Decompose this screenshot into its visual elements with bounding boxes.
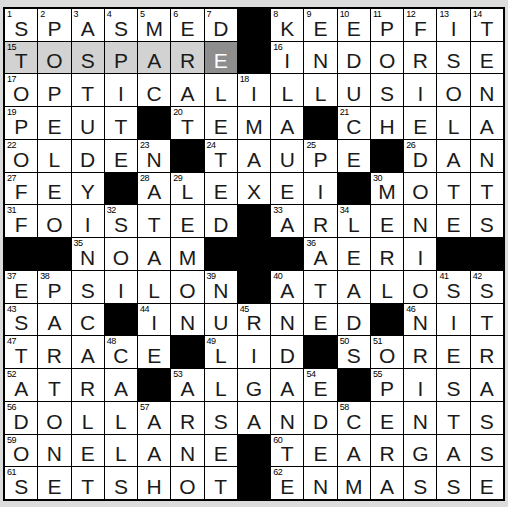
grid-cell[interactable]: 4S — [105, 9, 137, 41]
grid-cell[interactable]: O — [38, 205, 70, 237]
grid-cell[interactable]: N — [304, 42, 336, 74]
grid-cell[interactable]: S — [437, 369, 469, 401]
cell-letter: E — [205, 443, 237, 464]
cell-letter: S — [471, 280, 503, 301]
grid-cell[interactable]: E — [404, 107, 436, 139]
grid-cell[interactable]: I — [105, 271, 137, 303]
cell-letter: A — [138, 247, 170, 268]
grid-cell[interactable]: R — [471, 336, 503, 368]
grid-cell[interactable]: 31F — [5, 205, 37, 237]
grid-cell[interactable]: R — [38, 336, 70, 368]
grid-cell[interactable]: E — [471, 42, 503, 74]
grid-cell[interactable]: U — [271, 140, 303, 172]
grid-cell[interactable]: 11P — [371, 9, 403, 41]
grid-cell[interactable]: I — [404, 369, 436, 401]
grid-cell[interactable]: 27F — [5, 173, 37, 205]
grid-cell[interactable]: N — [271, 304, 303, 336]
grid-cell[interactable]: R — [171, 402, 203, 434]
cell-letter: E — [38, 116, 70, 137]
grid-cell[interactable]: 45R — [238, 304, 270, 336]
grid-cell[interactable]: T — [437, 173, 469, 205]
cell-letter: U — [72, 116, 104, 137]
grid-cell[interactable]: 49L — [205, 336, 237, 368]
grid-cell[interactable]: I — [304, 173, 336, 205]
cell-letter: A — [238, 149, 270, 170]
grid-cell[interactable]: L — [304, 74, 336, 106]
cell-letter: S — [105, 214, 137, 235]
grid-cell[interactable]: E — [338, 238, 370, 270]
grid-cell[interactable]: 17O — [5, 74, 37, 106]
grid-cell[interactable]: 43S — [5, 304, 37, 336]
cell-letter: I — [138, 312, 170, 333]
grid-cell[interactable]: 29L — [171, 173, 203, 205]
grid-cell[interactable]: S — [72, 271, 104, 303]
grid-cell[interactable]: E — [304, 304, 336, 336]
grid-cell[interactable]: T — [304, 271, 336, 303]
grid-cell[interactable]: L — [105, 435, 137, 467]
cell-letter: L — [105, 443, 137, 464]
cell-letter: D — [72, 149, 104, 170]
grid-cell[interactable]: S — [437, 467, 469, 499]
grid-cell[interactable]: C — [138, 74, 170, 106]
cell-letter: R — [404, 50, 436, 71]
grid-cell[interactable]: E — [105, 140, 137, 172]
black-cell — [271, 238, 303, 270]
grid-cell[interactable]: O — [404, 173, 436, 205]
cell-letter: T — [437, 181, 469, 202]
grid-cell[interactable]: 39N — [205, 271, 237, 303]
grid-cell[interactable]: E — [338, 140, 370, 172]
grid-cell[interactable]: 51O — [371, 336, 403, 368]
grid-cell[interactable]: L — [205, 74, 237, 106]
grid-cell[interactable]: E — [371, 402, 403, 434]
grid-cell[interactable]: E — [271, 173, 303, 205]
grid-cell[interactable]: 52A — [5, 369, 37, 401]
grid-cell[interactable]: E — [38, 107, 70, 139]
grid-cell[interactable]: H — [371, 107, 403, 139]
grid-cell[interactable]: E — [38, 467, 70, 499]
cell-letter: P — [371, 378, 403, 399]
grid-cell[interactable]: E — [205, 107, 237, 139]
grid-cell[interactable]: 28A — [138, 173, 170, 205]
grid-cell[interactable]: A — [271, 369, 303, 401]
grid-cell[interactable]: M — [238, 107, 270, 139]
highlighted-cell[interactable]: R — [171, 42, 203, 74]
cell-letter: A — [437, 443, 469, 464]
grid-cell[interactable]: S — [105, 467, 137, 499]
grid-cell[interactable]: T — [38, 369, 70, 401]
cell-letter: A — [138, 443, 170, 464]
grid-cell[interactable]: 38P — [38, 271, 70, 303]
grid-cell[interactable]: E — [471, 467, 503, 499]
grid-cell[interactable]: E — [171, 205, 203, 237]
grid-cell[interactable]: 40A — [271, 271, 303, 303]
highlighted-cell[interactable]: P — [105, 42, 137, 74]
cell-letter: D — [205, 18, 237, 39]
grid-cell[interactable]: E — [138, 336, 170, 368]
grid-cell[interactable]: 44I — [138, 304, 170, 336]
cell-letter: U — [271, 149, 303, 170]
cell-letter: P — [5, 116, 37, 137]
grid-cell[interactable]: 57A — [138, 402, 170, 434]
grid-cell[interactable]: Y — [72, 173, 104, 205]
grid-cell[interactable]: A — [238, 402, 270, 434]
grid-cell[interactable]: O — [171, 467, 203, 499]
highlighted-cell[interactable]: 15T — [5, 42, 37, 74]
grid-cell[interactable]: 16I — [271, 42, 303, 74]
grid-cell[interactable]: 8K — [271, 9, 303, 41]
grid-cell[interactable]: E — [437, 205, 469, 237]
grid-cell[interactable]: T — [471, 173, 503, 205]
cell-letter: S — [437, 280, 469, 301]
grid-cell[interactable]: 35N — [72, 238, 104, 270]
grid-cell[interactable]: 53A — [171, 369, 203, 401]
cell-letter: S — [205, 411, 237, 432]
grid-cell[interactable]: 59O — [5, 435, 37, 467]
grid-cell[interactable]: 30M — [371, 173, 403, 205]
cell-letter: O — [404, 280, 436, 301]
grid-cell[interactable]: I — [105, 74, 137, 106]
cell-letter: S — [105, 476, 137, 497]
cell-letter: I — [238, 345, 270, 366]
cell-letter: S — [72, 280, 104, 301]
cell-letter: N — [471, 149, 503, 170]
grid-cell[interactable]: 46N — [404, 304, 436, 336]
grid-cell[interactable]: P — [38, 74, 70, 106]
cell-letter: A — [271, 116, 303, 137]
crossword-app-screen: 1S2P3A4S5M6E7D8K9E10E11P12F13I14T15TOSPA… — [0, 0, 508, 507]
cell-letter: T — [471, 181, 503, 202]
grid-cell[interactable]: O — [371, 42, 403, 74]
grid-cell[interactable]: 25P — [304, 140, 336, 172]
grid-cell[interactable]: O — [105, 238, 137, 270]
grid-cell[interactable]: I — [437, 304, 469, 336]
grid-cell[interactable]: A — [471, 369, 503, 401]
grid-cell[interactable]: E — [205, 173, 237, 205]
grid-cell[interactable]: E — [205, 435, 237, 467]
grid-cell[interactable]: 23N — [138, 140, 170, 172]
black-cell — [437, 238, 469, 270]
cell-letter: O — [171, 280, 203, 301]
grid-cell[interactable]: T — [72, 74, 104, 106]
grid-cell[interactable]: 22O — [5, 140, 37, 172]
grid-cell[interactable]: D — [304, 402, 336, 434]
grid-cell[interactable]: E — [304, 435, 336, 467]
grid-cell[interactable]: 5M — [138, 9, 170, 41]
black-cell — [238, 42, 270, 74]
cell-letter: K — [271, 18, 303, 39]
cell-letter: E — [304, 18, 336, 39]
grid-cell[interactable]: S — [205, 402, 237, 434]
grid-cell[interactable]: A — [238, 140, 270, 172]
black-cell — [371, 140, 403, 172]
cell-letter: N — [404, 411, 436, 432]
grid-cell[interactable]: 54E — [304, 369, 336, 401]
cell-letter: N — [72, 247, 104, 268]
black-cell — [238, 271, 270, 303]
grid-cell[interactable]: G — [238, 369, 270, 401]
grid-cell[interactable]: R — [371, 435, 403, 467]
grid-cell[interactable]: A — [171, 74, 203, 106]
grid-cell[interactable]: I — [72, 205, 104, 237]
grid-cell[interactable]: T — [205, 467, 237, 499]
grid-cell[interactable]: L — [205, 369, 237, 401]
grid-cell[interactable]: O — [38, 402, 70, 434]
grid-cell[interactable]: U — [72, 107, 104, 139]
grid-cell[interactable]: U — [338, 74, 370, 106]
grid-cell[interactable]: A — [38, 304, 70, 336]
selected-cell[interactable]: E — [205, 42, 237, 74]
grid-cell[interactable]: N — [304, 467, 336, 499]
grid-cell[interactable]: D — [72, 140, 104, 172]
grid-cell[interactable]: E — [437, 336, 469, 368]
grid-cell[interactable]: A — [338, 435, 370, 467]
grid-cell[interactable]: T — [105, 107, 137, 139]
grid-cell[interactable]: O — [404, 271, 436, 303]
grid-cell[interactable]: R — [304, 205, 336, 237]
cell-letter: C — [138, 83, 170, 104]
grid-cell[interactable]: 19P — [5, 107, 37, 139]
cell-letter: P — [38, 280, 70, 301]
black-cell — [138, 107, 170, 139]
grid-cell[interactable]: N — [404, 402, 436, 434]
cell-letter: O — [38, 214, 70, 235]
grid-cell[interactable]: N — [38, 435, 70, 467]
grid-cell[interactable]: A — [371, 467, 403, 499]
cell-letter: E — [371, 214, 403, 235]
cell-letter: S — [437, 378, 469, 399]
cell-letter: T — [72, 476, 104, 497]
grid-cell[interactable]: A — [437, 435, 469, 467]
grid-cell[interactable]: 33A — [271, 205, 303, 237]
grid-cell[interactable]: 47T — [5, 336, 37, 368]
grid-cell[interactable]: O — [171, 271, 203, 303]
grid-cell[interactable]: 42S — [471, 271, 503, 303]
black-cell — [238, 238, 270, 270]
grid-cell[interactable]: 12F — [404, 9, 436, 41]
black-cell — [471, 238, 503, 270]
grid-cell[interactable]: L — [371, 271, 403, 303]
cell-letter: T — [5, 50, 37, 71]
grid-cell[interactable]: A — [271, 107, 303, 139]
grid-cell[interactable]: E — [72, 435, 104, 467]
grid-cell[interactable]: S — [471, 205, 503, 237]
cell-letter: F — [5, 214, 37, 235]
cell-letter: E — [205, 50, 237, 71]
cell-letter: P — [304, 149, 336, 170]
grid-cell[interactable]: 34L — [338, 205, 370, 237]
grid-cell[interactable]: I — [404, 74, 436, 106]
grid-cell[interactable]: L — [72, 402, 104, 434]
grid-cell[interactable]: D — [338, 42, 370, 74]
grid-cell[interactable]: 50S — [338, 336, 370, 368]
cell-letter: N — [304, 50, 336, 71]
cell-letter: D — [404, 149, 436, 170]
cell-letter: L — [205, 378, 237, 399]
grid-cell[interactable]: U — [205, 304, 237, 336]
grid-cell[interactable]: 56D — [5, 402, 37, 434]
grid-cell[interactable]: N — [171, 304, 203, 336]
grid-cell[interactable]: D — [338, 304, 370, 336]
cell-letter: T — [304, 280, 336, 301]
grid-cell[interactable]: O — [437, 74, 469, 106]
grid-cell[interactable]: A — [138, 238, 170, 270]
grid-cell[interactable]: 3A — [72, 9, 104, 41]
grid-cell[interactable]: 48C — [105, 336, 137, 368]
grid-cell[interactable]: A — [72, 336, 104, 368]
grid-cell[interactable]: H — [138, 467, 170, 499]
grid-cell[interactable]: 24T — [205, 140, 237, 172]
grid-cell[interactable]: T — [138, 205, 170, 237]
cell-letter: C — [105, 345, 137, 366]
grid-cell[interactable]: A — [338, 271, 370, 303]
highlighted-cell[interactable]: A — [138, 42, 170, 74]
cell-letter: A — [72, 345, 104, 366]
grid-cell[interactable]: L — [437, 107, 469, 139]
grid-cell[interactable]: 20T — [171, 107, 203, 139]
grid-cell[interactable]: X — [238, 173, 270, 205]
cell-letter: A — [38, 312, 70, 333]
black-cell — [171, 140, 203, 172]
cell-letter: H — [138, 476, 170, 497]
cell-letter: L — [338, 214, 370, 235]
grid-cell[interactable]: 55P — [371, 369, 403, 401]
grid-cell[interactable]: 1S — [5, 9, 37, 41]
grid-cell[interactable]: A — [471, 107, 503, 139]
black-cell — [238, 467, 270, 499]
cell-letter: S — [471, 214, 503, 235]
grid-cell[interactable]: 36A — [304, 238, 336, 270]
grid-cell[interactable]: S — [437, 42, 469, 74]
grid-cell[interactable]: T — [72, 467, 104, 499]
grid-cell[interactable]: D — [205, 205, 237, 237]
grid-cell[interactable]: 18I — [238, 74, 270, 106]
cell-letter: S — [371, 83, 403, 104]
grid-cell[interactable]: 14T — [471, 9, 503, 41]
grid-cell[interactable]: S — [471, 435, 503, 467]
grid-cell[interactable]: 10E — [338, 9, 370, 41]
black-cell — [238, 205, 270, 237]
cell-letter: M — [171, 247, 203, 268]
grid-cell[interactable]: S — [471, 402, 503, 434]
cell-letter: E — [338, 18, 370, 39]
grid-cell[interactable]: N — [471, 140, 503, 172]
grid-cell[interactable]: 37E — [5, 271, 37, 303]
cell-letter: O — [5, 443, 37, 464]
cell-letter: I — [404, 378, 436, 399]
cell-letter: C — [72, 312, 104, 333]
grid-cell[interactable]: A — [138, 435, 170, 467]
grid-cell[interactable]: S — [371, 74, 403, 106]
grid-cell[interactable]: N — [404, 205, 436, 237]
cell-letter: S — [471, 411, 503, 432]
cell-letter: S — [5, 476, 37, 497]
cell-letter: L — [371, 280, 403, 301]
grid-cell[interactable]: 41S — [437, 271, 469, 303]
cell-letter: N — [404, 312, 436, 333]
highlighted-cell[interactable]: O — [38, 42, 70, 74]
grid-cell[interactable]: C — [72, 304, 104, 336]
cell-letter: A — [5, 378, 37, 399]
grid-cell[interactable]: 62E — [271, 467, 303, 499]
highlighted-cell[interactable]: S — [72, 42, 104, 74]
grid-cell[interactable]: L — [138, 271, 170, 303]
cell-letter: R — [304, 214, 336, 235]
cell-letter: G — [404, 443, 436, 464]
cell-letter: E — [471, 476, 503, 497]
grid-cell[interactable]: E — [371, 205, 403, 237]
grid-cell[interactable]: N — [471, 74, 503, 106]
crossword-grid[interactable]: 1S2P3A4S5M6E7D8K9E10E11P12F13I14T15TOSPA… — [3, 7, 505, 501]
grid-cell[interactable]: L — [271, 74, 303, 106]
grid-cell[interactable]: I — [238, 336, 270, 368]
cell-letter: N — [171, 312, 203, 333]
cell-letter: L — [437, 116, 469, 137]
cell-letter: P — [38, 18, 70, 39]
grid-cell[interactable]: T — [471, 304, 503, 336]
grid-cell[interactable]: R — [371, 238, 403, 270]
cell-letter: O — [105, 247, 137, 268]
cell-letter: I — [105, 280, 137, 301]
cell-letter: E — [205, 181, 237, 202]
grid-cell[interactable]: 60T — [271, 435, 303, 467]
cell-letter: R — [171, 411, 203, 432]
grid-cell[interactable]: 9E — [304, 9, 336, 41]
grid-cell[interactable]: 2P — [38, 9, 70, 41]
grid-cell[interactable]: T — [437, 402, 469, 434]
cell-letter: Y — [72, 181, 104, 202]
grid-cell[interactable]: 6E — [171, 9, 203, 41]
grid-cell[interactable]: E — [38, 173, 70, 205]
cell-letter: I — [304, 181, 336, 202]
black-cell — [38, 238, 70, 270]
grid-cell[interactable]: N — [171, 435, 203, 467]
grid-cell[interactable]: R — [404, 42, 436, 74]
grid-cell[interactable]: S — [404, 467, 436, 499]
grid-cell[interactable]: 7D — [205, 9, 237, 41]
grid-cell[interactable]: 32S — [105, 205, 137, 237]
grid-cell[interactable]: 58C — [338, 402, 370, 434]
grid-cell[interactable]: L — [105, 402, 137, 434]
cell-letter: T — [171, 116, 203, 137]
cell-letter: E — [38, 476, 70, 497]
cell-letter: E — [471, 50, 503, 71]
grid-cell[interactable]: 13I — [437, 9, 469, 41]
grid-cell[interactable]: A — [437, 140, 469, 172]
cell-letter: S — [437, 50, 469, 71]
grid-cell[interactable]: R — [72, 369, 104, 401]
grid-cell[interactable]: A — [105, 369, 137, 401]
grid-cell[interactable]: M — [171, 238, 203, 270]
grid-cell[interactable]: 26D — [404, 140, 436, 172]
cell-letter: L — [138, 280, 170, 301]
cell-letter: E — [338, 149, 370, 170]
grid-cell[interactable]: R — [404, 336, 436, 368]
cell-letter: I — [105, 83, 137, 104]
grid-cell[interactable]: 61S — [5, 467, 37, 499]
grid-cell[interactable]: N — [271, 402, 303, 434]
grid-cell[interactable]: L — [38, 140, 70, 172]
grid-cell[interactable]: D — [271, 336, 303, 368]
cell-letter: L — [72, 411, 104, 432]
black-cell — [238, 435, 270, 467]
cell-letter: O — [38, 50, 70, 71]
grid-cell[interactable]: M — [338, 467, 370, 499]
cell-letter: I — [271, 50, 303, 71]
grid-cell[interactable]: 21C — [338, 107, 370, 139]
grid-cell[interactable]: I — [404, 238, 436, 270]
grid-cell[interactable]: G — [404, 435, 436, 467]
